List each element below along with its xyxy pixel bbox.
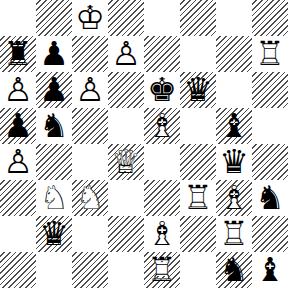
white-bishop[interactable]: ♝♗ (144, 108, 180, 144)
square-c5[interactable] (72, 108, 108, 144)
piece-outline-layer: ♖ (216, 216, 252, 252)
white-king[interactable]: ♚♔ (72, 0, 108, 36)
black-knight[interactable]: ♞ (216, 252, 252, 288)
square-f5[interactable] (180, 108, 216, 144)
square-h5[interactable] (252, 108, 288, 144)
square-b4[interactable] (36, 144, 72, 180)
piece-glyph: ♟ (0, 108, 36, 144)
white-pawn[interactable]: ♟♙ (72, 72, 108, 108)
square-d2[interactable] (108, 216, 144, 252)
square-b2[interactable]: ♛ (36, 216, 72, 252)
white-pawn[interactable]: ♟♙ (108, 36, 144, 72)
black-bishop[interactable]: ♝ (252, 252, 288, 288)
square-e2[interactable]: ♝♗ (144, 216, 180, 252)
white-rook[interactable]: ♜♖ (216, 216, 252, 252)
piece-outline-layer: ♖ (252, 36, 288, 72)
piece-outline-layer: ♖ (144, 252, 180, 288)
square-g2[interactable]: ♜♖ (216, 216, 252, 252)
piece-glyph: ♞ (252, 180, 288, 216)
white-pawn[interactable]: ♟♙ (0, 144, 36, 180)
square-f2[interactable] (180, 216, 216, 252)
piece-glyph: ♞ (36, 108, 72, 144)
square-c7[interactable] (72, 36, 108, 72)
square-a5[interactable]: ♟ (0, 108, 36, 144)
black-king[interactable]: ♚ (144, 72, 180, 108)
square-d4[interactable]: ♛♕ (108, 144, 144, 180)
piece-outline-layer: ♘ (72, 180, 108, 216)
white-pawn[interactable]: ♟♙ (0, 72, 36, 108)
square-c3[interactable]: ♞♘ (72, 180, 108, 216)
piece-outline-layer: ♙ (0, 72, 36, 108)
square-d7[interactable]: ♟♙ (108, 36, 144, 72)
piece-glyph: ♛ (36, 216, 72, 252)
square-f1[interactable] (180, 252, 216, 288)
black-queen[interactable]: ♛ (180, 72, 216, 108)
square-f6[interactable]: ♛ (180, 72, 216, 108)
piece-glyph: ♛ (180, 72, 216, 108)
square-h3[interactable]: ♞ (252, 180, 288, 216)
piece-outline-layer: ♗ (144, 108, 180, 144)
square-h2[interactable] (252, 216, 288, 252)
square-c6[interactable]: ♟♙ (72, 72, 108, 108)
square-c4[interactable] (72, 144, 108, 180)
piece-glyph: ♚ (144, 72, 180, 108)
square-b3[interactable]: ♞♘ (36, 180, 72, 216)
black-rook[interactable]: ♜ (0, 36, 36, 72)
square-b5[interactable]: ♞ (36, 108, 72, 144)
square-a6[interactable]: ♟♙ (0, 72, 36, 108)
square-a3[interactable] (0, 180, 36, 216)
square-h4[interactable] (252, 144, 288, 180)
square-g3[interactable]: ♝♗ (216, 180, 252, 216)
square-c1[interactable] (72, 252, 108, 288)
piece-glyph: ♛ (216, 144, 252, 180)
piece-outline-layer: ♖ (180, 180, 216, 216)
square-c2[interactable] (72, 216, 108, 252)
square-e4[interactable] (144, 144, 180, 180)
square-e6[interactable]: ♚ (144, 72, 180, 108)
square-e1[interactable]: ♜♖ (144, 252, 180, 288)
square-h6[interactable] (252, 72, 288, 108)
piece-glyph: ♞ (216, 252, 252, 288)
black-bishop[interactable]: ♝ (216, 108, 252, 144)
black-knight[interactable]: ♞ (36, 108, 72, 144)
square-c8[interactable]: ♚♔ (72, 0, 108, 36)
piece-outline-layer: ♕ (108, 144, 144, 180)
square-h1[interactable]: ♝ (252, 252, 288, 288)
piece-outline-layer: ♙ (0, 144, 36, 180)
piece-outline-layer: ♘ (36, 180, 72, 216)
square-f4[interactable] (180, 144, 216, 180)
square-a4[interactable]: ♟♙ (0, 144, 36, 180)
square-f7[interactable] (180, 36, 216, 72)
piece-glyph: ♝ (252, 252, 288, 288)
piece-outline-layer: ♔ (72, 0, 108, 36)
square-b7[interactable]: ♟ (36, 36, 72, 72)
white-rook[interactable]: ♜♖ (180, 180, 216, 216)
black-queen[interactable]: ♛ (216, 144, 252, 180)
square-a7[interactable]: ♜ (0, 36, 36, 72)
square-e7[interactable] (144, 36, 180, 72)
white-knight[interactable]: ♞♘ (72, 180, 108, 216)
white-bishop[interactable]: ♝♗ (216, 180, 252, 216)
square-a8[interactable] (0, 0, 36, 36)
square-b8[interactable] (36, 0, 72, 36)
black-pawn[interactable]: ♟ (0, 108, 36, 144)
black-pawn[interactable]: ♟ (36, 36, 72, 72)
black-queen[interactable]: ♛ (36, 216, 72, 252)
piece-glyph: ♟ (36, 72, 72, 108)
piece-outline-layer: ♙ (72, 72, 108, 108)
square-d6[interactable] (108, 72, 144, 108)
square-h7[interactable]: ♜♖ (252, 36, 288, 72)
square-h8[interactable] (252, 0, 288, 36)
white-rook[interactable]: ♜♖ (144, 252, 180, 288)
black-pawn[interactable]: ♟ (36, 72, 72, 108)
square-g5[interactable]: ♝ (216, 108, 252, 144)
square-b1[interactable] (36, 252, 72, 288)
white-bishop[interactable]: ♝♗ (144, 216, 180, 252)
piece-glyph: ♝ (216, 108, 252, 144)
square-d8[interactable] (108, 0, 144, 36)
black-knight[interactable]: ♞ (252, 180, 288, 216)
piece-glyph: ♜ (0, 36, 36, 72)
piece-outline-layer: ♗ (216, 180, 252, 216)
square-d1[interactable] (108, 252, 144, 288)
white-queen[interactable]: ♛♕ (108, 144, 144, 180)
square-e5[interactable]: ♝♗ (144, 108, 180, 144)
square-a2[interactable] (0, 216, 36, 252)
square-g6[interactable] (216, 72, 252, 108)
square-d3[interactable] (108, 180, 144, 216)
piece-outline-layer: ♗ (144, 216, 180, 252)
square-e8[interactable] (144, 0, 180, 36)
square-g7[interactable] (216, 36, 252, 72)
piece-glyph: ♟ (36, 36, 72, 72)
square-e3[interactable] (144, 180, 180, 216)
white-rook[interactable]: ♜♖ (252, 36, 288, 72)
square-f8[interactable] (180, 0, 216, 36)
square-a1[interactable] (0, 252, 36, 288)
square-g1[interactable]: ♞ (216, 252, 252, 288)
chess-board: ♚♔♜♟♟♙♜♖♟♙♟♟♙♚♛♟♞♝♗♝♟♙♛♕♛♞♘♞♘♜♖♝♗♞♛♝♗♜♖♜… (0, 0, 288, 288)
piece-outline-layer: ♙ (108, 36, 144, 72)
square-d5[interactable] (108, 108, 144, 144)
square-g4[interactable]: ♛ (216, 144, 252, 180)
square-b6[interactable]: ♟ (36, 72, 72, 108)
square-f3[interactable]: ♜♖ (180, 180, 216, 216)
white-knight[interactable]: ♞♘ (36, 180, 72, 216)
square-g8[interactable] (216, 0, 252, 36)
